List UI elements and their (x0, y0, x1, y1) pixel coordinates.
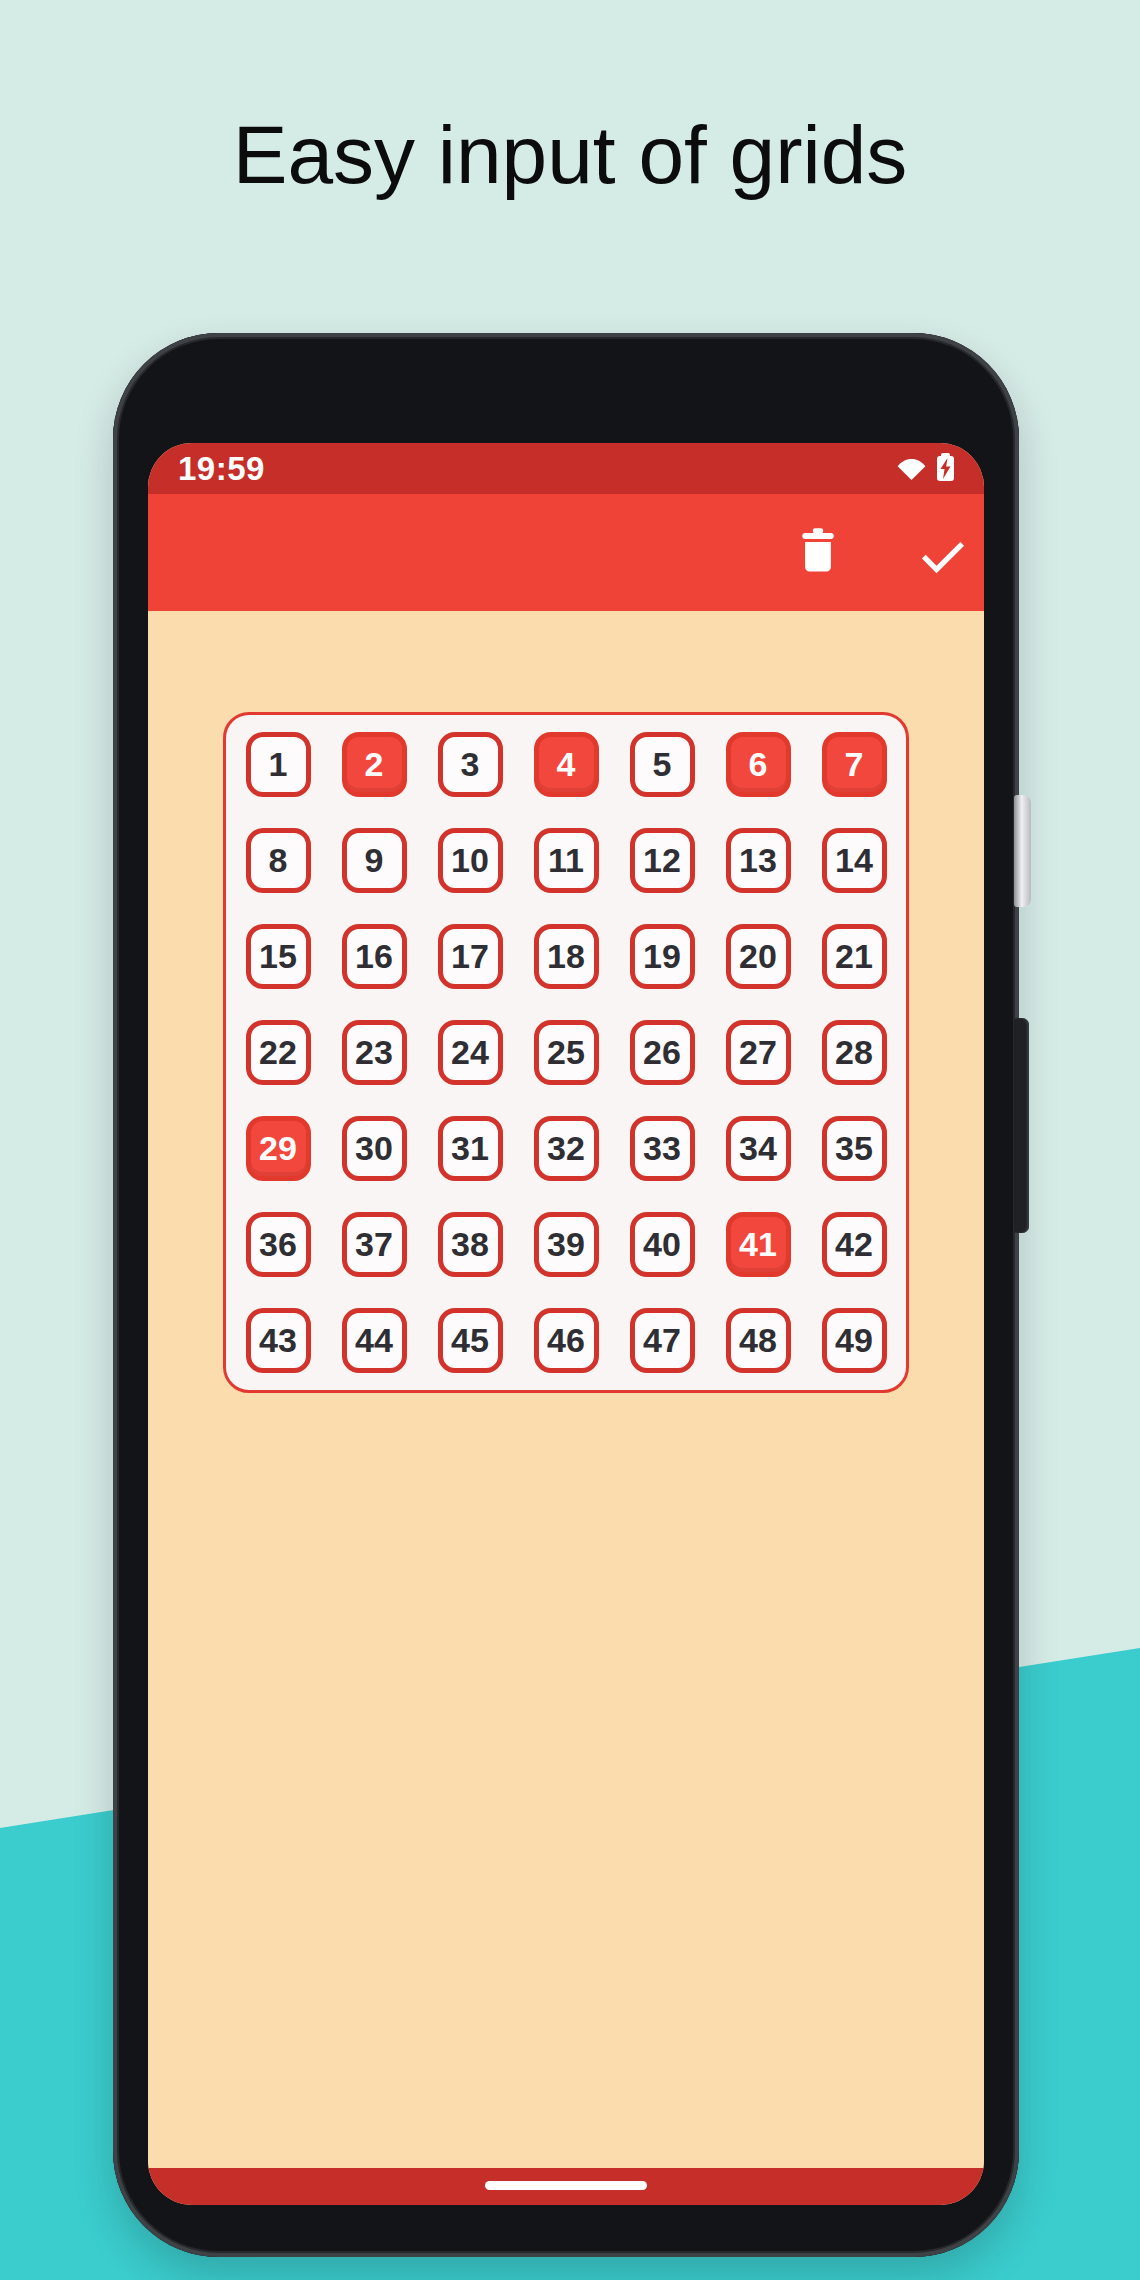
app-content: 1234567891011121314151617181920212223242… (148, 611, 984, 2168)
volume-button (1014, 1018, 1029, 1233)
grid-cell-39[interactable]: 39 (534, 1212, 599, 1277)
grid-cell-15[interactable]: 15 (246, 924, 311, 989)
battery-charging-icon (937, 456, 954, 481)
grid-cell-20[interactable]: 20 (726, 924, 791, 989)
grid-cell-38[interactable]: 38 (438, 1212, 503, 1277)
grid-cell-1[interactable]: 1 (246, 732, 311, 797)
grid-cell-27[interactable]: 27 (726, 1020, 791, 1085)
grid-cell-47[interactable]: 47 (630, 1308, 695, 1373)
grid-cell-7[interactable]: 7 (822, 732, 887, 797)
grid-cell-16[interactable]: 16 (342, 924, 407, 989)
check-icon (920, 536, 966, 574)
grid-cell-8[interactable]: 8 (246, 828, 311, 893)
grid-cell-49[interactable]: 49 (822, 1308, 887, 1373)
delete-button[interactable] (800, 527, 836, 573)
number-grid: 1234567891011121314151617181920212223242… (223, 712, 909, 1393)
grid-cell-18[interactable]: 18 (534, 924, 599, 989)
power-button (1014, 795, 1031, 907)
home-indicator[interactable] (485, 2181, 647, 2190)
grid-cell-11[interactable]: 11 (534, 828, 599, 893)
grid-cell-37[interactable]: 37 (342, 1212, 407, 1277)
grid-cell-31[interactable]: 31 (438, 1116, 503, 1181)
wifi-icon (896, 457, 927, 481)
grid-cell-5[interactable]: 5 (630, 732, 695, 797)
grid-cell-25[interactable]: 25 (534, 1020, 599, 1085)
grid-cell-9[interactable]: 9 (342, 828, 407, 893)
grid-cell-29[interactable]: 29 (246, 1116, 311, 1181)
grid-cell-45[interactable]: 45 (438, 1308, 503, 1373)
grid-cell-13[interactable]: 13 (726, 828, 791, 893)
grid-cell-42[interactable]: 42 (822, 1212, 887, 1277)
grid-cell-6[interactable]: 6 (726, 732, 791, 797)
grid-cell-33[interactable]: 33 (630, 1116, 695, 1181)
page: Easy input of grids 19:59 (0, 0, 1140, 2280)
phone-screen: 19:59 (148, 443, 984, 2205)
grid-cell-26[interactable]: 26 (630, 1020, 695, 1085)
grid-cell-30[interactable]: 30 (342, 1116, 407, 1181)
grid-cell-36[interactable]: 36 (246, 1212, 311, 1277)
status-icons (896, 456, 954, 481)
grid-cell-2[interactable]: 2 (342, 732, 407, 797)
grid-cell-41[interactable]: 41 (726, 1212, 791, 1277)
grid-cell-23[interactable]: 23 (342, 1020, 407, 1085)
grid-cell-22[interactable]: 22 (246, 1020, 311, 1085)
grid-cell-12[interactable]: 12 (630, 828, 695, 893)
grid-cell-14[interactable]: 14 (822, 828, 887, 893)
grid-cell-44[interactable]: 44 (342, 1308, 407, 1373)
grid-cell-43[interactable]: 43 (246, 1308, 311, 1373)
grid-cell-4[interactable]: 4 (534, 732, 599, 797)
grid-cell-10[interactable]: 10 (438, 828, 503, 893)
app-bar (148, 494, 984, 611)
page-title: Easy input of grids (0, 108, 1140, 202)
grid-cell-28[interactable]: 28 (822, 1020, 887, 1085)
navigation-bar (148, 2168, 984, 2205)
grid-cell-34[interactable]: 34 (726, 1116, 791, 1181)
grid-cell-24[interactable]: 24 (438, 1020, 503, 1085)
grid-cell-17[interactable]: 17 (438, 924, 503, 989)
confirm-button[interactable] (920, 536, 966, 574)
status-bar: 19:59 (148, 443, 984, 494)
grid-cell-48[interactable]: 48 (726, 1308, 791, 1373)
grid-cell-40[interactable]: 40 (630, 1212, 695, 1277)
phone-mockup: 19:59 (113, 333, 1019, 2257)
grid-cell-46[interactable]: 46 (534, 1308, 599, 1373)
grid-cell-32[interactable]: 32 (534, 1116, 599, 1181)
trash-icon (800, 527, 836, 573)
status-time: 19:59 (178, 452, 265, 485)
grid-cell-35[interactable]: 35 (822, 1116, 887, 1181)
grid-cell-3[interactable]: 3 (438, 732, 503, 797)
grid-cell-21[interactable]: 21 (822, 924, 887, 989)
grid-cell-19[interactable]: 19 (630, 924, 695, 989)
